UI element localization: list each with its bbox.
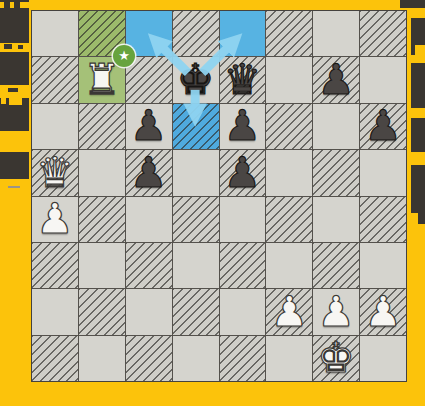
square-c3[interactable]	[126, 243, 172, 288]
square-e7[interactable]: ♛	[220, 57, 266, 102]
square-a5[interactable]: ♛	[32, 150, 78, 195]
left-toolbar-fragment	[18, 45, 23, 49]
square-f6[interactable]	[266, 104, 312, 149]
square-g7[interactable]: ♟	[313, 57, 359, 102]
white-king-g1[interactable]: ♚	[317, 337, 355, 379]
square-f3[interactable]	[266, 243, 312, 288]
black-pawn-e6[interactable]: ♟	[224, 105, 262, 147]
left-toolbar-fragment	[1, 98, 6, 104]
square-a1[interactable]	[32, 336, 78, 381]
square-a7[interactable]	[32, 57, 78, 102]
right-toolbar-fragment	[411, 63, 425, 108]
black-pawn-c5[interactable]: ♟	[130, 152, 168, 194]
black-pawn-g7[interactable]: ♟	[317, 59, 355, 101]
square-h6[interactable]: ♟	[360, 104, 406, 149]
right-toolbar-fragment	[418, 213, 425, 224]
white-pawn-a4[interactable]: ♟	[36, 198, 74, 240]
white-queen-a5[interactable]: ♛	[36, 152, 74, 194]
square-e1[interactable]	[220, 336, 266, 381]
square-c2[interactable]	[126, 289, 172, 334]
square-f1[interactable]	[266, 336, 312, 381]
left-toolbar-fragment	[0, 52, 29, 85]
chess-board: ★ ♜♚♛♟♟♟♟♛♟♟♟♟♟♟♚	[31, 10, 407, 382]
square-b4[interactable]	[79, 197, 125, 242]
square-c6[interactable]: ♟	[126, 104, 172, 149]
right-toolbar-fragment	[415, 45, 425, 55]
square-a2[interactable]	[32, 289, 78, 334]
square-c7[interactable]	[126, 57, 172, 102]
square-f7[interactable]	[266, 57, 312, 102]
left-toolbar-fragment	[8, 88, 18, 92]
left-toolbar-fragment	[14, 2, 20, 8]
square-g6[interactable]	[313, 104, 359, 149]
square-d7[interactable]: ♚	[173, 57, 219, 102]
left-toolbar-fragment	[4, 44, 12, 49]
square-f2[interactable]: ♟	[266, 289, 312, 334]
white-pawn-h2[interactable]: ♟	[364, 291, 402, 333]
square-d3[interactable]	[173, 243, 219, 288]
black-queen-e7[interactable]: ♛	[224, 59, 262, 101]
chess-app-screen: ★ ♜♚♛♟♟♟♟♛♟♟♟♟♟♟♚	[0, 0, 425, 406]
square-g4[interactable]	[313, 197, 359, 242]
square-f8[interactable]	[266, 11, 312, 56]
best-move-star-badge: ★	[113, 45, 135, 67]
square-c5[interactable]: ♟	[126, 150, 172, 195]
square-c1[interactable]	[126, 336, 172, 381]
square-h4[interactable]	[360, 197, 406, 242]
left-toolbar-fragment	[4, 2, 10, 8]
square-c4[interactable]	[126, 197, 172, 242]
black-pawn-h6[interactable]: ♟	[364, 105, 402, 147]
square-g8[interactable]	[313, 11, 359, 56]
black-pawn-e5[interactable]: ♟	[224, 152, 262, 194]
white-rook-b7[interactable]: ♜	[83, 59, 121, 101]
right-toolbar-fragment	[411, 118, 425, 152]
square-e5[interactable]: ♟	[220, 150, 266, 195]
square-a8[interactable]	[32, 11, 78, 56]
square-g3[interactable]	[313, 243, 359, 288]
white-pawn-g2[interactable]: ♟	[317, 291, 355, 333]
square-e6[interactable]: ♟	[220, 104, 266, 149]
square-e4[interactable]	[220, 197, 266, 242]
square-b3[interactable]	[79, 243, 125, 288]
left-toolbar-fragment	[0, 152, 29, 179]
left-toolbar-fragment	[9, 98, 22, 105]
square-b1[interactable]	[79, 336, 125, 381]
square-e8[interactable]	[220, 11, 266, 56]
square-d5[interactable]	[173, 150, 219, 195]
square-d2[interactable]	[173, 289, 219, 334]
square-h8[interactable]	[360, 11, 406, 56]
square-e2[interactable]	[220, 289, 266, 334]
square-f4[interactable]	[266, 197, 312, 242]
left-toolbar-fragment	[8, 186, 20, 188]
square-d4[interactable]	[173, 197, 219, 242]
square-h7[interactable]	[360, 57, 406, 102]
black-pawn-c6[interactable]: ♟	[130, 105, 168, 147]
square-g5[interactable]	[313, 150, 359, 195]
square-d1[interactable]	[173, 336, 219, 381]
square-g2[interactable]: ♟	[313, 289, 359, 334]
square-a6[interactable]	[32, 104, 78, 149]
square-d6[interactable]	[173, 104, 219, 149]
square-h3[interactable]	[360, 243, 406, 288]
white-pawn-f2[interactable]: ♟	[270, 291, 308, 333]
right-toolbar-fragment	[400, 0, 425, 8]
square-b2[interactable]	[79, 289, 125, 334]
square-b6[interactable]	[79, 104, 125, 149]
square-g1[interactable]: ♚	[313, 336, 359, 381]
square-h5[interactable]	[360, 150, 406, 195]
square-d8[interactable]	[173, 11, 219, 56]
square-a4[interactable]: ♟	[32, 197, 78, 242]
square-f5[interactable]	[266, 150, 312, 195]
square-h2[interactable]: ♟	[360, 289, 406, 334]
right-toolbar-fragment	[411, 165, 425, 213]
square-e3[interactable]	[220, 243, 266, 288]
square-b5[interactable]	[79, 150, 125, 195]
black-king-d7[interactable]: ♚	[177, 59, 215, 101]
square-h1[interactable]	[360, 336, 406, 381]
square-a3[interactable]	[32, 243, 78, 288]
star-icon: ★	[118, 49, 130, 62]
